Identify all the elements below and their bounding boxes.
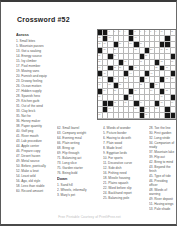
cell-number: 45 — [124, 77, 126, 79]
cell-number: 49 — [98, 83, 100, 85]
clue-item: 19. Moving vans — [16, 69, 54, 73]
cell-number: 50 — [109, 83, 111, 85]
cell-number: 62 — [114, 101, 116, 103]
cell-number: 2 — [114, 30, 115, 32]
cell-number: 27 — [114, 54, 116, 56]
clue-item: 33. Clay brick — [16, 109, 54, 113]
cell-number: 34 — [98, 66, 100, 68]
cell-number: 38 — [155, 66, 157, 68]
clue-item: 20. Furnish and equip — [16, 74, 54, 78]
clue-item: 15. Ivy climber — [16, 59, 54, 63]
cell-number: 68 — [135, 107, 137, 109]
cell-number: 54 — [103, 89, 105, 91]
cell-number: 44 — [114, 77, 116, 79]
clue-item: 71. Balancing act — [57, 156, 99, 160]
across-clue-list: 1. Small bites5. Mountain passes13. Got … — [16, 39, 54, 193]
clue-item: 23. Drowsy feeling — [16, 79, 54, 83]
cell-number: 11 — [171, 30, 173, 32]
cell-number: 25 — [166, 48, 168, 50]
clue-item: 75. Garden starter — [57, 166, 99, 170]
cell-number: 21 — [114, 48, 116, 50]
clue-item: 39. Flip out — [149, 155, 176, 159]
black-cell — [171, 113, 176, 119]
cell-number: 14 — [135, 36, 137, 38]
clue-item: 42. Bring to mind — [149, 160, 176, 164]
clue-item: 29. Kitchen garb — [16, 99, 54, 103]
across-header: Across — [16, 33, 54, 37]
cell-number: 46 — [145, 77, 147, 79]
clue-item: 31. Out of the wind — [16, 104, 54, 108]
cell-number: 9 — [155, 30, 156, 32]
clue-item: 26. Ocean motion — [16, 84, 54, 88]
clue-column-2: 62. Small barrel63. Company weight64. Ev… — [57, 126, 99, 210]
clue-item: 46. Prepare copy — [16, 149, 54, 153]
cell-number: 52 — [140, 83, 142, 85]
clue-item: 56. Ago, old style — [16, 179, 54, 183]
clue-item: 66. Plain writing — [57, 141, 99, 145]
down-header: Down — [57, 177, 99, 181]
cell-number: 70 — [155, 107, 157, 109]
cell-number: 47 — [166, 77, 168, 79]
cell-number: 55 — [114, 89, 116, 91]
clue-item: 10. For sports — [103, 156, 147, 160]
clue-item: 1. Small bites — [16, 39, 54, 43]
cell-number: 72 — [145, 113, 147, 115]
clue-item: 6. Having to do with — [103, 136, 147, 140]
clue-item: 58. Less than stable — [16, 184, 54, 188]
clue-item: 14. Energy source — [16, 54, 54, 58]
clue-item: 34. Companion of ready — [149, 141, 176, 149]
clue-item: 51. Having wings — [149, 202, 176, 206]
cell-number: 41 — [129, 72, 131, 74]
clue-item: 12. Side dish — [103, 166, 147, 170]
down-clue-list-continued: 28. Toe the line30. First garden32. Long… — [149, 126, 176, 210]
clue-item: 16. Fishing need — [103, 171, 147, 175]
clue-item: 24. Backhand report — [103, 191, 147, 195]
clue-item: 11. Decorative curve — [103, 161, 147, 165]
clue-item: 7. Plain wood — [103, 141, 147, 145]
cell-number: 8 — [150, 30, 151, 32]
page-title: Crossword #52 — [17, 16, 70, 23]
cell-number: 31 — [140, 60, 142, 62]
clue-item: 54. Least wild — [16, 174, 54, 178]
cell-number: 20 — [103, 48, 105, 50]
clue-item: 43. Beyond the finish — [149, 165, 176, 173]
clue-item: 41. River mouth — [16, 134, 54, 138]
cell-number: 56 — [135, 89, 137, 91]
cell-number: 65 — [160, 101, 162, 103]
cell-number: 1 — [109, 30, 110, 32]
clue-item: 43. Lab procedure — [16, 139, 54, 143]
cell-number: 30 — [124, 60, 126, 62]
clue-item: 49. River deposit — [149, 197, 176, 201]
cell-number: 71 — [98, 113, 100, 115]
cell-number: 19 — [140, 42, 142, 44]
cell-number: 3 — [119, 30, 120, 32]
cell-number: 43 — [98, 77, 100, 79]
clue-item: 1. Sand hill — [57, 183, 99, 187]
crossword-grid: 1234567891011121314151617181920212223242… — [97, 29, 177, 120]
clue-item: 21. Plains squash — [103, 181, 147, 185]
cell-number: 35 — [114, 66, 116, 68]
cell-number: 23 — [150, 48, 152, 50]
cell-number: 53 — [155, 83, 157, 85]
cell-number: 15 — [98, 42, 100, 44]
cell-number: 48 — [171, 77, 173, 79]
clue-item: 38. Paper quantity — [16, 124, 54, 128]
cell-number: 42 — [150, 72, 152, 74]
down-clue-list: 1. Sand hill2. Wheels, informally3. Mary… — [57, 183, 99, 197]
cell-number: 26 — [98, 54, 100, 56]
cell-number: 12 — [98, 36, 100, 38]
cell-number: 16 — [103, 42, 105, 44]
clue-item: 76. Being bold — [57, 171, 99, 175]
clue-item: 22. Word before slip — [103, 186, 147, 190]
clue-item: 32. Long stride — [149, 136, 176, 140]
clue-item: 53. Pale shade — [149, 207, 176, 210]
cell-number: 40 — [103, 72, 105, 74]
clue-item: 44. Apple center — [16, 144, 54, 148]
clue-item: 3. Mary's pet — [57, 193, 99, 197]
cell-number: 66 — [171, 101, 173, 103]
cell-number: 17 — [119, 42, 121, 44]
cell-number: 57 — [150, 89, 152, 91]
clue-item: 2. Wheels, informally — [57, 188, 99, 192]
clue-item: 69. Flip through — [57, 151, 99, 155]
cell-number: 36 — [119, 66, 121, 68]
clue-item: 46. Presiding officer — [149, 179, 176, 187]
clue-item: 35. Not he — [16, 114, 54, 118]
clue-item: 8. Made level — [103, 146, 147, 150]
cell-number: 61 — [160, 95, 162, 97]
clue-item: 17. Pool member — [16, 64, 54, 68]
clue-column-4: 28. Toe the line30. First garden32. Long… — [149, 126, 176, 210]
cell-number: 13 — [109, 36, 111, 38]
clue-item: 9. Egyptian lords — [103, 151, 147, 155]
clue-item: 48. Words of warning — [149, 188, 176, 196]
clue-item: 64. Evening meal — [57, 136, 99, 140]
cell-number: 7 — [145, 30, 146, 32]
clue-item: 28. Spanish hero — [16, 94, 54, 98]
cell-number: 18 — [129, 42, 131, 44]
cell-number: 37 — [135, 66, 137, 68]
clue-item: 30. First garden — [149, 131, 176, 135]
clue-item: 5. Picture border — [103, 131, 147, 135]
cell-number: 64 — [140, 101, 142, 103]
clue-item: 25. Balancing pole — [103, 196, 147, 200]
clue-item: 62. Small barrel — [57, 126, 99, 130]
clue-item: 5. Mountain passes — [16, 44, 54, 48]
footer-credit: Free Printable Courtesy of PrintItFree.n… — [1, 215, 178, 219]
clue-item: 28. Toe the line — [149, 126, 176, 130]
cell-number: 51 — [119, 83, 121, 85]
cell-number: 60 — [129, 95, 131, 97]
cell-number: 32 — [160, 60, 162, 62]
clue-item: 68. Bring up — [57, 146, 99, 150]
cell-number: 59 — [98, 95, 100, 97]
clue-item: 73. Long slice — [57, 161, 99, 165]
clue-item: 49. Metal source — [16, 159, 54, 163]
cell-number: 6 — [140, 30, 141, 32]
cell-number: 63 — [124, 101, 126, 103]
cell-number: 69 — [145, 107, 147, 109]
cell-number: 24 — [160, 48, 162, 50]
clue-item: 13. Got a soaking — [16, 49, 54, 53]
down-clue-list-continued: 4. Words of wonder5. Picture border6. Ha… — [103, 126, 147, 200]
cell-number: 67 — [109, 107, 111, 109]
clue-column-1: Across 1. Small bites5. Mountain passes1… — [16, 33, 54, 210]
cell-number: 39 — [166, 66, 168, 68]
clue-item: 60. Record amount — [16, 189, 54, 193]
printable-page: Crossword #52 Across 1. Small bites5. Mo… — [0, 0, 177, 226]
clue-item: 50. Before, poetically — [16, 164, 54, 168]
cell-number: 22 — [135, 48, 137, 50]
clue-item: 37. Mountain lake — [149, 150, 176, 154]
clue-item: 18. Missile housing — [103, 176, 147, 180]
cell-number: 5 — [135, 30, 136, 32]
clue-item: 36. Honey maker — [16, 119, 54, 123]
cell-number: 28 — [145, 54, 147, 56]
cell-number: 4 — [124, 30, 125, 32]
clue-item: 40. Golf peg — [16, 129, 54, 133]
clue-item: 63. Company weight — [57, 131, 99, 135]
cell-number: 58 — [166, 89, 168, 91]
clue-item: 27. Hidden supply — [16, 89, 54, 93]
clue-item: 47. Desert haven — [16, 154, 54, 158]
clue-item: 52. Make a knot — [16, 169, 54, 173]
clue-column-3: 4. Words of wonder5. Picture border6. Ha… — [103, 126, 147, 210]
cell-number: 33 — [171, 60, 173, 62]
cell-number: 10 — [160, 30, 162, 32]
clue-item: 45. Type of tide — [149, 174, 176, 178]
clue-item: 4. Words of wonder — [103, 126, 147, 130]
across-clue-list-continued: 62. Small barrel63. Company weight64. Ev… — [57, 126, 99, 175]
cell-number: 29 — [98, 60, 100, 62]
